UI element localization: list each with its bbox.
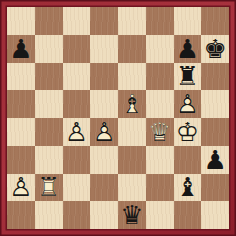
- square-c4[interactable]: ♟♙: [63, 118, 91, 146]
- piece-glyph: ♜: [174, 63, 202, 91]
- square-a5[interactable]: [7, 90, 35, 118]
- square-g4[interactable]: ♚♔: [174, 118, 202, 146]
- square-b1[interactable]: [35, 201, 63, 229]
- square-f3[interactable]: [146, 146, 174, 174]
- piece-glyph: ♛: [118, 201, 146, 229]
- piece-glyph: ♟: [201, 146, 229, 174]
- black-king: ♚: [201, 35, 229, 63]
- square-d5[interactable]: [90, 90, 118, 118]
- black-bishop: ♝: [174, 174, 202, 202]
- square-b3[interactable]: [35, 146, 63, 174]
- square-a8[interactable]: [7, 7, 35, 35]
- square-f1[interactable]: [146, 201, 174, 229]
- square-e1[interactable]: ♛: [118, 201, 146, 229]
- square-c5[interactable]: [63, 90, 91, 118]
- piece-glyph-outline: ♔: [174, 118, 202, 146]
- piece-glyph-outline: ♖: [35, 174, 63, 202]
- white-pawn: ♟♙: [7, 174, 35, 202]
- piece-glyph: ♝: [174, 174, 202, 202]
- black-pawn: ♟: [201, 146, 229, 174]
- square-c3[interactable]: [63, 146, 91, 174]
- square-b8[interactable]: [35, 7, 63, 35]
- white-pawn: ♟♙: [63, 118, 91, 146]
- square-f7[interactable]: [146, 35, 174, 63]
- board-frame: ♟♟♚♜♝♗♟♙♟♙♟♙♛♕♚♔♟♟♙♜♖♝♛: [0, 0, 236, 236]
- piece-glyph: ♟: [174, 35, 202, 63]
- square-e4[interactable]: [118, 118, 146, 146]
- square-d3[interactable]: [90, 146, 118, 174]
- piece-glyph-outline: ♙: [63, 118, 91, 146]
- square-d2[interactable]: [90, 174, 118, 202]
- piece-glyph-outline: ♙: [7, 174, 35, 202]
- square-g1[interactable]: [174, 201, 202, 229]
- square-h8[interactable]: [201, 7, 229, 35]
- white-bishop: ♝♗: [118, 90, 146, 118]
- square-b7[interactable]: [35, 35, 63, 63]
- square-f2[interactable]: [146, 174, 174, 202]
- white-queen: ♛♕: [146, 118, 174, 146]
- square-c6[interactable]: [63, 63, 91, 91]
- square-a1[interactable]: [7, 201, 35, 229]
- square-h4[interactable]: [201, 118, 229, 146]
- piece-glyph-outline: ♕: [146, 118, 174, 146]
- piece-glyph-outline: ♙: [174, 90, 202, 118]
- square-d8[interactable]: [90, 7, 118, 35]
- white-king: ♚♔: [174, 118, 202, 146]
- square-e3[interactable]: [118, 146, 146, 174]
- square-h7[interactable]: ♚: [201, 35, 229, 63]
- square-f5[interactable]: [146, 90, 174, 118]
- square-f4[interactable]: ♛♕: [146, 118, 174, 146]
- black-pawn: ♟: [7, 35, 35, 63]
- square-b6[interactable]: [35, 63, 63, 91]
- piece-glyph-outline: ♗: [118, 90, 146, 118]
- square-e6[interactable]: [118, 63, 146, 91]
- white-pawn: ♟♙: [174, 90, 202, 118]
- square-f6[interactable]: [146, 63, 174, 91]
- white-pawn: ♟♙: [90, 118, 118, 146]
- square-c8[interactable]: [63, 7, 91, 35]
- square-b2[interactable]: ♜♖: [35, 174, 63, 202]
- square-g2[interactable]: ♝: [174, 174, 202, 202]
- square-h2[interactable]: [201, 174, 229, 202]
- square-g5[interactable]: ♟♙: [174, 90, 202, 118]
- square-c2[interactable]: [63, 174, 91, 202]
- square-h3[interactable]: ♟: [201, 146, 229, 174]
- black-pawn: ♟: [174, 35, 202, 63]
- square-d6[interactable]: [90, 63, 118, 91]
- square-b5[interactable]: [35, 90, 63, 118]
- square-d4[interactable]: ♟♙: [90, 118, 118, 146]
- square-c7[interactable]: [63, 35, 91, 63]
- square-a4[interactable]: [7, 118, 35, 146]
- square-d7[interactable]: [90, 35, 118, 63]
- square-e8[interactable]: [118, 7, 146, 35]
- square-e5[interactable]: ♝♗: [118, 90, 146, 118]
- piece-glyph: ♟: [7, 35, 35, 63]
- piece-glyph-outline: ♙: [90, 118, 118, 146]
- square-g8[interactable]: [174, 7, 202, 35]
- square-h5[interactable]: [201, 90, 229, 118]
- black-queen: ♛: [118, 201, 146, 229]
- black-rook: ♜: [174, 63, 202, 91]
- square-g6[interactable]: ♜: [174, 63, 202, 91]
- square-h6[interactable]: [201, 63, 229, 91]
- square-f8[interactable]: [146, 7, 174, 35]
- square-d1[interactable]: [90, 201, 118, 229]
- square-a3[interactable]: [7, 146, 35, 174]
- square-g3[interactable]: [174, 146, 202, 174]
- square-h1[interactable]: [201, 201, 229, 229]
- square-a7[interactable]: ♟: [7, 35, 35, 63]
- square-c1[interactable]: [63, 201, 91, 229]
- square-e2[interactable]: [118, 174, 146, 202]
- chess-board: ♟♟♚♜♝♗♟♙♟♙♟♙♛♕♚♔♟♟♙♜♖♝♛: [7, 7, 229, 229]
- square-b4[interactable]: [35, 118, 63, 146]
- square-a2[interactable]: ♟♙: [7, 174, 35, 202]
- piece-glyph: ♚: [201, 35, 229, 63]
- square-e7[interactable]: [118, 35, 146, 63]
- square-g7[interactable]: ♟: [174, 35, 202, 63]
- square-a6[interactable]: [7, 63, 35, 91]
- white-rook: ♜♖: [35, 174, 63, 202]
